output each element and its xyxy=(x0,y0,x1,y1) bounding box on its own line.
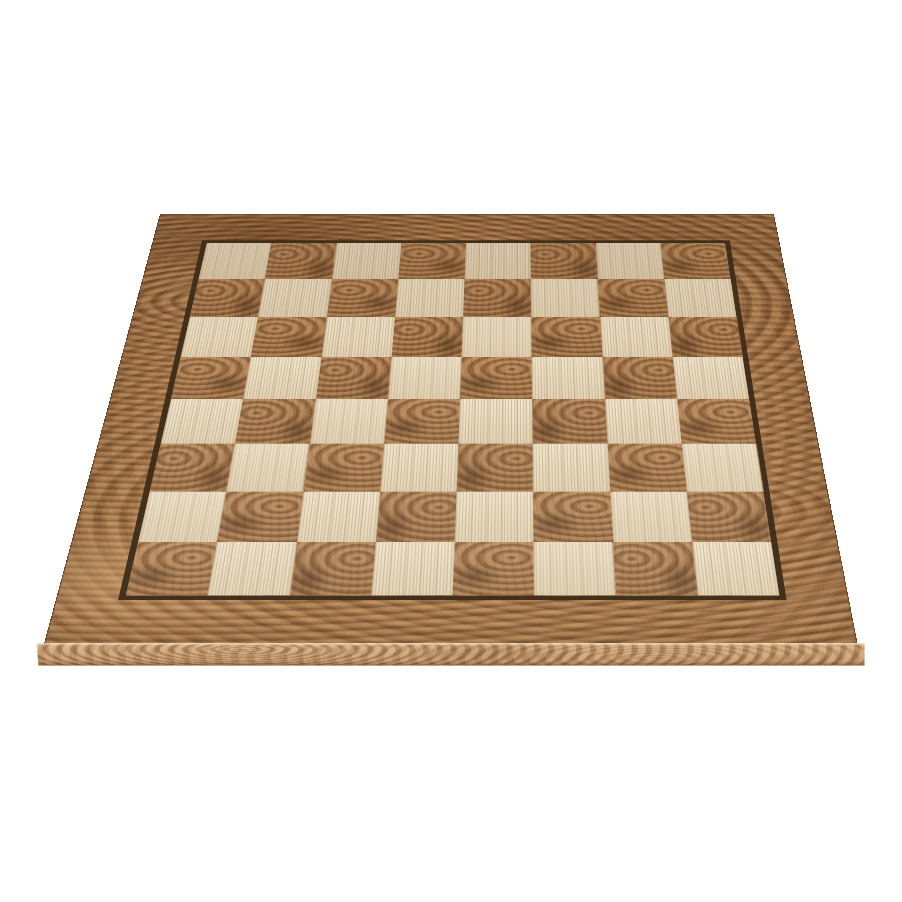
square-h3[interactable] xyxy=(681,444,763,492)
square-c8[interactable] xyxy=(332,243,402,279)
square-d6[interactable] xyxy=(391,317,463,357)
square-h5[interactable] xyxy=(672,357,749,399)
square-f3[interactable] xyxy=(533,444,610,492)
square-d8[interactable] xyxy=(398,243,466,279)
square-h1[interactable] xyxy=(692,542,779,596)
square-e5[interactable] xyxy=(460,357,532,399)
square-c4[interactable] xyxy=(310,399,388,444)
square-e6[interactable] xyxy=(462,317,532,357)
square-c6[interactable] xyxy=(321,317,395,357)
square-a5[interactable] xyxy=(171,357,251,399)
square-c5[interactable] xyxy=(316,357,392,399)
square-e7[interactable] xyxy=(463,279,531,317)
board-perspective-scene xyxy=(0,0,902,902)
square-d7[interactable] xyxy=(395,279,465,317)
square-c1[interactable] xyxy=(289,542,375,596)
square-a7[interactable] xyxy=(190,279,265,317)
square-b6[interactable] xyxy=(251,317,327,357)
square-f1[interactable] xyxy=(534,542,616,596)
square-b1[interactable] xyxy=(208,542,297,596)
square-a6[interactable] xyxy=(181,317,258,357)
square-e4[interactable] xyxy=(458,399,532,444)
square-a3[interactable] xyxy=(150,444,235,492)
square-g7[interactable] xyxy=(598,279,669,317)
board-front-bevel xyxy=(34,643,868,666)
square-c2[interactable] xyxy=(296,491,379,542)
square-d5[interactable] xyxy=(388,357,462,399)
square-h7[interactable] xyxy=(664,279,736,317)
square-a2[interactable] xyxy=(138,491,226,542)
square-f2[interactable] xyxy=(533,491,613,542)
square-g1[interactable] xyxy=(613,542,698,596)
square-b8[interactable] xyxy=(265,243,336,279)
square-e8[interactable] xyxy=(465,243,531,279)
square-a1[interactable] xyxy=(126,542,217,596)
square-g5[interactable] xyxy=(602,357,677,399)
square-h4[interactable] xyxy=(677,399,756,444)
square-a4[interactable] xyxy=(161,399,244,444)
square-g8[interactable] xyxy=(595,243,664,279)
square-g6[interactable] xyxy=(600,317,673,357)
square-d2[interactable] xyxy=(376,491,457,542)
square-b4[interactable] xyxy=(235,399,315,444)
square-f8[interactable] xyxy=(531,243,598,279)
square-g4[interactable] xyxy=(605,399,682,444)
square-e1[interactable] xyxy=(453,542,535,596)
square-f6[interactable] xyxy=(531,317,602,357)
square-d4[interactable] xyxy=(384,399,460,444)
square-a8[interactable] xyxy=(199,243,272,279)
photo-canvas xyxy=(0,0,902,902)
square-d1[interactable] xyxy=(371,542,455,596)
square-f7[interactable] xyxy=(531,279,600,317)
squares-grid xyxy=(126,243,779,596)
square-b7[interactable] xyxy=(258,279,331,317)
square-d3[interactable] xyxy=(380,444,458,492)
square-b3[interactable] xyxy=(226,444,309,492)
square-h8[interactable] xyxy=(660,243,730,279)
square-b5[interactable] xyxy=(243,357,321,399)
square-g3[interactable] xyxy=(607,444,686,492)
square-e3[interactable] xyxy=(457,444,534,492)
chessboard xyxy=(44,214,858,644)
square-f5[interactable] xyxy=(532,357,605,399)
square-c7[interactable] xyxy=(326,279,398,317)
square-c3[interactable] xyxy=(303,444,384,492)
square-f4[interactable] xyxy=(532,399,607,444)
square-h6[interactable] xyxy=(668,317,742,357)
square-b2[interactable] xyxy=(217,491,303,542)
square-h2[interactable] xyxy=(687,491,771,542)
square-g2[interactable] xyxy=(610,491,692,542)
square-e2[interactable] xyxy=(455,491,534,542)
